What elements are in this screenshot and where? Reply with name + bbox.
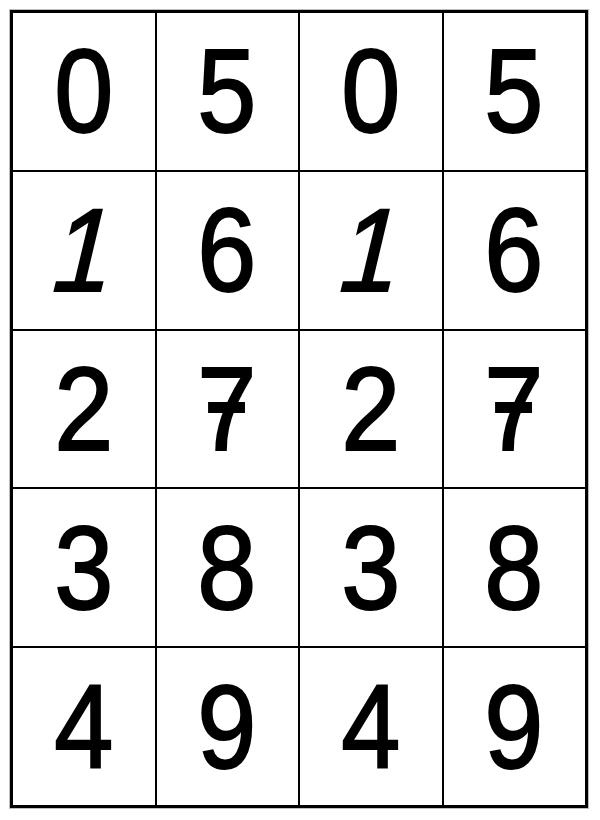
cell-r4c1: 3 (12, 488, 156, 647)
seven-crossbar (496, 402, 533, 413)
number-grid: 05051616272738384949 (10, 10, 588, 808)
digit-9: 9 (485, 668, 544, 786)
cell-r1c3: 0 (299, 12, 443, 171)
cell-r4c3: 3 (299, 488, 443, 647)
digit-7: 7 (198, 350, 257, 468)
cell-r5c3: 4 (299, 647, 443, 806)
cell-r1c1: 0 (12, 12, 156, 171)
digit-4: 4 (341, 668, 400, 786)
digit-8: 8 (485, 509, 544, 627)
digit-6: 6 (485, 191, 544, 309)
digit-4: 4 (54, 668, 113, 786)
cell-r4c4: 8 (443, 488, 587, 647)
cell-r2c4: 6 (443, 171, 587, 330)
cell-r2c1: 1 (12, 171, 156, 330)
cell-r5c4: 9 (443, 647, 587, 806)
number-chart-page: 05051616272738384949 (0, 0, 600, 820)
cell-r3c2: 7 (156, 330, 300, 489)
cell-r3c3: 2 (299, 330, 443, 489)
digit-2: 2 (54, 350, 113, 468)
cell-r5c2: 9 (156, 647, 300, 806)
cell-r5c1: 4 (12, 647, 156, 806)
digit-9: 9 (198, 668, 257, 786)
digit-0: 0 (54, 32, 113, 150)
seven-crossbar (209, 402, 246, 413)
digit-1: 1 (337, 191, 404, 309)
cell-r2c3: 1 (299, 171, 443, 330)
digit-8: 8 (198, 509, 257, 627)
cell-r3c4: 7 (443, 330, 587, 489)
cell-r1c4: 5 (443, 12, 587, 171)
digit-6: 6 (198, 191, 257, 309)
digit-2: 2 (341, 350, 400, 468)
digit-1: 1 (50, 191, 117, 309)
cell-r3c1: 2 (12, 330, 156, 489)
digit-3: 3 (54, 509, 113, 627)
digit-0: 0 (341, 32, 400, 150)
cell-r1c2: 5 (156, 12, 300, 171)
digit-5: 5 (485, 32, 544, 150)
digit-5: 5 (198, 32, 257, 150)
digit-3: 3 (341, 509, 400, 627)
cell-r4c2: 8 (156, 488, 300, 647)
digit-7: 7 (485, 350, 544, 468)
cell-r2c2: 6 (156, 171, 300, 330)
